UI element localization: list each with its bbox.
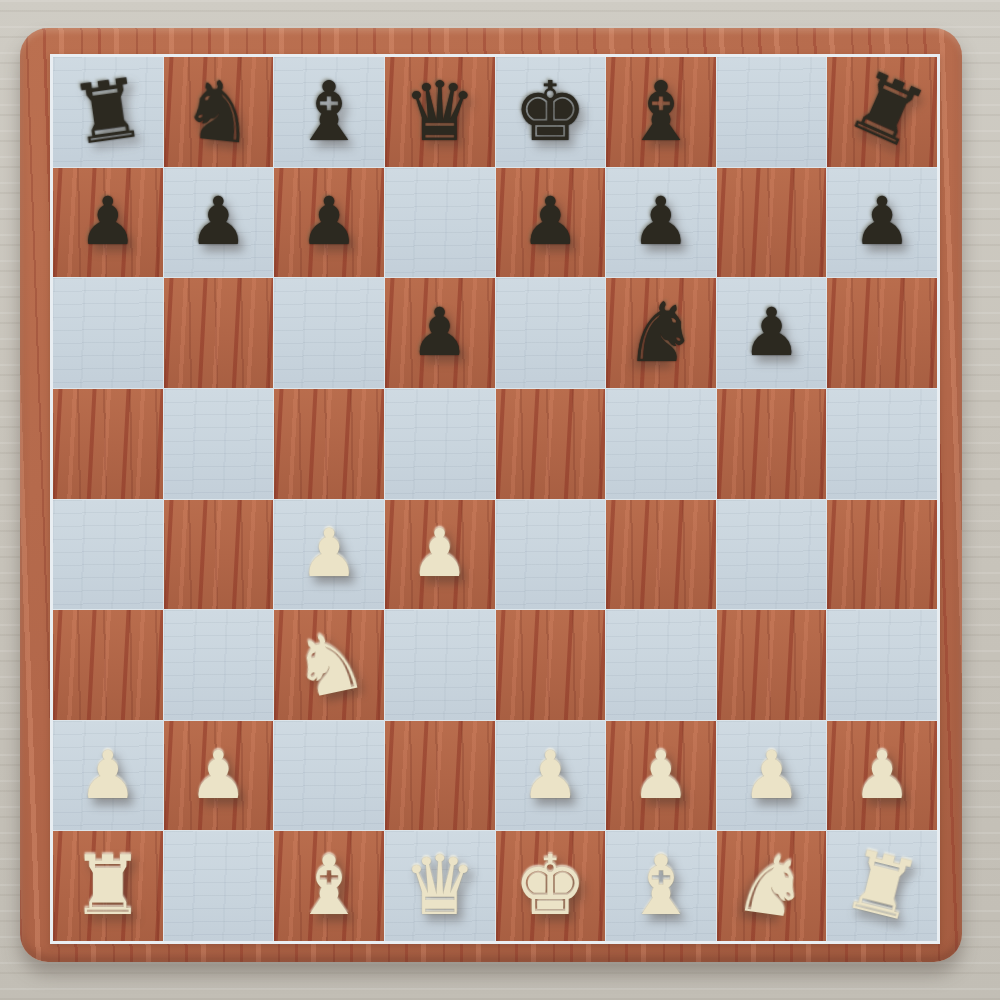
square-g4[interactable] bbox=[717, 500, 827, 610]
square-b5[interactable] bbox=[164, 389, 274, 499]
white-queen-d1[interactable]: ♛ bbox=[403, 845, 477, 927]
square-f8[interactable]: ♝ bbox=[606, 57, 716, 167]
black-pawn-b7[interactable]: ♟ bbox=[189, 189, 248, 255]
white-pawn-b2[interactable]: ♟ bbox=[189, 743, 248, 809]
square-h3[interactable] bbox=[827, 610, 937, 720]
black-pawn-a7[interactable]: ♟ bbox=[78, 189, 137, 255]
square-c5[interactable] bbox=[274, 389, 384, 499]
square-d4[interactable]: ♟ bbox=[385, 500, 495, 610]
white-king-e1[interactable]: ♚ bbox=[514, 845, 588, 927]
square-g7[interactable] bbox=[717, 168, 827, 278]
black-rook-a8[interactable]: ♜ bbox=[66, 66, 150, 157]
square-e6[interactable] bbox=[496, 278, 606, 388]
square-g2[interactable]: ♟ bbox=[717, 721, 827, 831]
square-e8[interactable]: ♚ bbox=[496, 57, 606, 167]
black-pawn-g6[interactable]: ♟ bbox=[742, 300, 801, 366]
square-d3[interactable] bbox=[385, 610, 495, 720]
square-d6[interactable]: ♟ bbox=[385, 278, 495, 388]
square-h6[interactable] bbox=[827, 278, 937, 388]
square-f6[interactable]: ♞ bbox=[606, 278, 716, 388]
black-pawn-f7[interactable]: ♟ bbox=[631, 189, 690, 255]
chess-board: ♜♞♝♛♚♝♜♟♟♟♟♟♟♟♞♟♟♟♞♟♟♟♟♟♟♜♝♛♚♝♞♜ bbox=[20, 28, 962, 962]
white-pawn-h2[interactable]: ♟ bbox=[853, 743, 912, 809]
square-a6[interactable] bbox=[53, 278, 163, 388]
square-a7[interactable]: ♟ bbox=[53, 168, 163, 278]
square-b1[interactable] bbox=[164, 831, 274, 941]
square-h5[interactable] bbox=[827, 389, 937, 499]
white-knight-c3[interactable]: ♞ bbox=[285, 617, 374, 712]
square-b3[interactable] bbox=[164, 610, 274, 720]
square-b6[interactable] bbox=[164, 278, 274, 388]
square-a1[interactable]: ♜ bbox=[53, 831, 163, 941]
white-pawn-e2[interactable]: ♟ bbox=[521, 743, 580, 809]
square-h8[interactable]: ♜ bbox=[827, 57, 937, 167]
square-a8[interactable]: ♜ bbox=[53, 57, 163, 167]
square-c3[interactable]: ♞ bbox=[274, 610, 384, 720]
board-grid: ♜♞♝♛♚♝♜♟♟♟♟♟♟♟♞♟♟♟♞♟♟♟♟♟♟♜♝♛♚♝♞♜ bbox=[50, 54, 940, 944]
square-f2[interactable]: ♟ bbox=[606, 721, 716, 831]
square-e2[interactable]: ♟ bbox=[496, 721, 606, 831]
square-g8[interactable] bbox=[717, 57, 827, 167]
square-c8[interactable]: ♝ bbox=[274, 57, 384, 167]
black-queen-d8[interactable]: ♛ bbox=[403, 71, 477, 153]
black-knight-f6[interactable]: ♞ bbox=[624, 292, 698, 374]
square-h1[interactable]: ♜ bbox=[827, 831, 937, 941]
black-bishop-c8[interactable]: ♝ bbox=[292, 71, 366, 153]
square-g3[interactable] bbox=[717, 610, 827, 720]
square-e7[interactable]: ♟ bbox=[496, 168, 606, 278]
white-rook-a1[interactable]: ♜ bbox=[71, 845, 145, 927]
square-e1[interactable]: ♚ bbox=[496, 831, 606, 941]
square-c6[interactable] bbox=[274, 278, 384, 388]
square-f7[interactable]: ♟ bbox=[606, 168, 716, 278]
square-e5[interactable] bbox=[496, 389, 606, 499]
square-h7[interactable]: ♟ bbox=[827, 168, 937, 278]
black-knight-b8[interactable]: ♞ bbox=[178, 67, 260, 156]
square-h4[interactable] bbox=[827, 500, 937, 610]
black-rook-h8[interactable]: ♜ bbox=[837, 57, 938, 162]
square-f5[interactable] bbox=[606, 389, 716, 499]
square-f3[interactable] bbox=[606, 610, 716, 720]
white-pawn-d4[interactable]: ♟ bbox=[410, 521, 469, 587]
black-pawn-c7[interactable]: ♟ bbox=[299, 189, 358, 255]
square-g5[interactable] bbox=[717, 389, 827, 499]
square-c1[interactable]: ♝ bbox=[274, 831, 384, 941]
black-bishop-f8[interactable]: ♝ bbox=[624, 71, 698, 153]
white-pawn-g2[interactable]: ♟ bbox=[742, 743, 801, 809]
white-bishop-f1[interactable]: ♝ bbox=[624, 845, 698, 927]
square-d2[interactable] bbox=[385, 721, 495, 831]
square-c7[interactable]: ♟ bbox=[274, 168, 384, 278]
square-d8[interactable]: ♛ bbox=[385, 57, 495, 167]
square-b7[interactable]: ♟ bbox=[164, 168, 274, 278]
square-g1[interactable]: ♞ bbox=[717, 831, 827, 941]
square-e4[interactable] bbox=[496, 500, 606, 610]
square-b4[interactable] bbox=[164, 500, 274, 610]
black-pawn-e7[interactable]: ♟ bbox=[521, 189, 580, 255]
square-e3[interactable] bbox=[496, 610, 606, 720]
square-a5[interactable] bbox=[53, 389, 163, 499]
white-rook-h1[interactable]: ♜ bbox=[837, 838, 928, 935]
black-pawn-d6[interactable]: ♟ bbox=[410, 300, 469, 366]
square-d1[interactable]: ♛ bbox=[385, 831, 495, 941]
white-bishop-c1[interactable]: ♝ bbox=[292, 845, 366, 927]
square-b2[interactable]: ♟ bbox=[164, 721, 274, 831]
square-h2[interactable]: ♟ bbox=[827, 721, 937, 831]
white-pawn-c4[interactable]: ♟ bbox=[299, 521, 358, 587]
black-pawn-h7[interactable]: ♟ bbox=[853, 189, 912, 255]
white-knight-g1[interactable]: ♞ bbox=[729, 840, 813, 931]
black-king-e8[interactable]: ♚ bbox=[514, 71, 588, 153]
square-d7[interactable] bbox=[385, 168, 495, 278]
square-g6[interactable]: ♟ bbox=[717, 278, 827, 388]
square-d5[interactable] bbox=[385, 389, 495, 499]
square-f4[interactable] bbox=[606, 500, 716, 610]
square-b8[interactable]: ♞ bbox=[164, 57, 274, 167]
square-a3[interactable] bbox=[53, 610, 163, 720]
square-c4[interactable]: ♟ bbox=[274, 500, 384, 610]
white-pawn-f2[interactable]: ♟ bbox=[631, 743, 690, 809]
square-a2[interactable]: ♟ bbox=[53, 721, 163, 831]
square-f1[interactable]: ♝ bbox=[606, 831, 716, 941]
square-a4[interactable] bbox=[53, 500, 163, 610]
white-pawn-a2[interactable]: ♟ bbox=[78, 743, 137, 809]
square-c2[interactable] bbox=[274, 721, 384, 831]
